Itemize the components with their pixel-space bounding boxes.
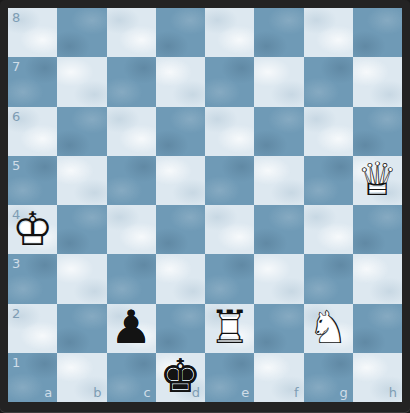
square-f7[interactable] <box>254 57 303 106</box>
square-c1[interactable]: c <box>107 353 156 402</box>
square-a6[interactable]: 6 <box>8 107 57 156</box>
file-label-b: b <box>93 386 101 399</box>
square-f4[interactable] <box>254 205 303 254</box>
square-g3[interactable] <box>304 254 353 303</box>
square-a8[interactable]: 8 <box>8 8 57 57</box>
square-f3[interactable] <box>254 254 303 303</box>
file-label-e: e <box>241 386 249 399</box>
white-knight-outline-glyph: ♘ <box>308 304 349 350</box>
square-e3[interactable] <box>205 254 254 303</box>
square-d4[interactable] <box>156 205 205 254</box>
square-h3[interactable] <box>353 254 402 303</box>
chess-board-frame: 8765♛♕4♚♔32♟♜♖♞♘1abcd♚efgh <box>0 0 410 413</box>
rank-label-8: 8 <box>12 11 20 24</box>
square-b7[interactable] <box>57 57 106 106</box>
square-h2[interactable] <box>353 304 402 353</box>
black-pawn[interactable]: ♟ <box>107 304 156 353</box>
white-queen[interactable]: ♛♕ <box>353 156 402 205</box>
square-b1[interactable]: b <box>57 353 106 402</box>
square-f1[interactable]: f <box>254 353 303 402</box>
square-a4[interactable]: 4♚♔ <box>8 205 57 254</box>
white-queen-outline-glyph: ♕ <box>357 156 398 202</box>
white-knight[interactable]: ♞♘ <box>304 304 353 353</box>
square-b2[interactable] <box>57 304 106 353</box>
file-label-a: a <box>44 386 52 399</box>
square-a3[interactable]: 3 <box>8 254 57 303</box>
rank-label-5: 5 <box>12 159 20 172</box>
square-h6[interactable] <box>353 107 402 156</box>
square-c3[interactable] <box>107 254 156 303</box>
square-b8[interactable] <box>57 8 106 57</box>
white-king-outline-glyph: ♔ <box>12 206 53 252</box>
square-f8[interactable] <box>254 8 303 57</box>
square-g1[interactable]: g <box>304 353 353 402</box>
square-c7[interactable] <box>107 57 156 106</box>
square-b5[interactable] <box>57 156 106 205</box>
square-e7[interactable] <box>205 57 254 106</box>
black-pawn-glyph: ♟ <box>111 304 152 350</box>
square-c6[interactable] <box>107 107 156 156</box>
square-a5[interactable]: 5 <box>8 156 57 205</box>
rank-label-2: 2 <box>12 307 20 320</box>
file-label-c: c <box>144 386 151 399</box>
square-c8[interactable] <box>107 8 156 57</box>
square-a2[interactable]: 2 <box>8 304 57 353</box>
square-e6[interactable] <box>205 107 254 156</box>
square-h5[interactable]: ♛♕ <box>353 156 402 205</box>
square-c4[interactable] <box>107 205 156 254</box>
square-h1[interactable]: h <box>353 353 402 402</box>
square-g5[interactable] <box>304 156 353 205</box>
square-d7[interactable] <box>156 57 205 106</box>
square-d8[interactable] <box>156 8 205 57</box>
square-e5[interactable] <box>205 156 254 205</box>
square-d2[interactable] <box>156 304 205 353</box>
square-d5[interactable] <box>156 156 205 205</box>
square-b4[interactable] <box>57 205 106 254</box>
file-label-g: g <box>339 386 347 399</box>
black-king-glyph: ♚ <box>160 353 201 399</box>
square-d1[interactable]: d♚ <box>156 353 205 402</box>
rank-label-6: 6 <box>12 110 20 123</box>
square-f5[interactable] <box>254 156 303 205</box>
square-g8[interactable] <box>304 8 353 57</box>
square-f2[interactable] <box>254 304 303 353</box>
square-g4[interactable] <box>304 205 353 254</box>
square-d3[interactable] <box>156 254 205 303</box>
square-e4[interactable] <box>205 205 254 254</box>
file-label-f: f <box>294 386 299 399</box>
square-e1[interactable]: e <box>205 353 254 402</box>
square-a7[interactable]: 7 <box>8 57 57 106</box>
square-d6[interactable] <box>156 107 205 156</box>
square-b6[interactable] <box>57 107 106 156</box>
square-h4[interactable] <box>353 205 402 254</box>
square-f6[interactable] <box>254 107 303 156</box>
square-e8[interactable] <box>205 8 254 57</box>
black-king[interactable]: ♚ <box>156 353 205 402</box>
white-rook-outline-glyph: ♖ <box>209 304 250 350</box>
chess-board: 8765♛♕4♚♔32♟♜♖♞♘1abcd♚efgh <box>8 8 402 402</box>
rank-label-3: 3 <box>12 257 20 270</box>
square-a1[interactable]: 1a <box>8 353 57 402</box>
white-king[interactable]: ♚♔ <box>8 205 57 254</box>
white-rook[interactable]: ♜♖ <box>205 304 254 353</box>
square-h8[interactable] <box>353 8 402 57</box>
rank-label-1: 1 <box>12 356 20 369</box>
square-c5[interactable] <box>107 156 156 205</box>
square-g2[interactable]: ♞♘ <box>304 304 353 353</box>
square-g6[interactable] <box>304 107 353 156</box>
rank-label-7: 7 <box>12 60 20 73</box>
square-e2[interactable]: ♜♖ <box>205 304 254 353</box>
square-c2[interactable]: ♟ <box>107 304 156 353</box>
file-label-h: h <box>389 386 397 399</box>
square-b3[interactable] <box>57 254 106 303</box>
square-g7[interactable] <box>304 57 353 106</box>
square-h7[interactable] <box>353 57 402 106</box>
